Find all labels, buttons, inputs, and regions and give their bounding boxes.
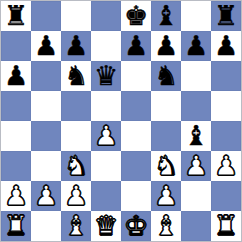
square-e2[interactable]	[121, 181, 151, 211]
square-b3[interactable]	[31, 151, 61, 181]
piece-white-rook[interactable]: ♜	[4, 212, 28, 239]
square-e6[interactable]	[121, 61, 151, 91]
square-h5[interactable]	[211, 91, 241, 121]
square-g5[interactable]	[181, 91, 211, 121]
piece-white-pawn[interactable]: ♟	[154, 182, 178, 209]
square-c5[interactable]	[61, 91, 91, 121]
square-f6[interactable]: ♞	[151, 61, 181, 91]
piece-white-king[interactable]: ♚	[124, 212, 148, 239]
piece-black-pawn[interactable]: ♟	[64, 32, 88, 59]
square-b1[interactable]	[31, 211, 61, 241]
square-g8[interactable]	[181, 1, 211, 31]
square-c2[interactable]: ♟	[61, 181, 91, 211]
chess-board: ♜♚♝♜♟♟♟♟♟♟♟♞♛♞♟♝♞♞♟♟♟♟♟♟♜♝♛♚♝♜	[0, 0, 242, 242]
piece-white-knight[interactable]: ♞	[154, 152, 178, 179]
square-e4[interactable]	[121, 121, 151, 151]
piece-white-pawn[interactable]: ♟	[94, 122, 118, 149]
square-b2[interactable]: ♟	[31, 181, 61, 211]
square-c1[interactable]: ♝	[61, 211, 91, 241]
piece-white-pawn[interactable]: ♟	[4, 182, 28, 209]
piece-black-pawn[interactable]: ♟	[154, 32, 178, 59]
square-c7[interactable]: ♟	[61, 31, 91, 61]
square-a3[interactable]	[1, 151, 31, 181]
piece-black-queen[interactable]: ♛	[94, 62, 118, 89]
square-d1[interactable]: ♛	[91, 211, 121, 241]
piece-white-pawn[interactable]: ♟	[34, 182, 58, 209]
piece-black-knight[interactable]: ♞	[154, 62, 178, 89]
piece-black-rook[interactable]: ♜	[214, 2, 238, 29]
square-e3[interactable]	[121, 151, 151, 181]
piece-white-pawn[interactable]: ♟	[214, 152, 238, 179]
square-d4[interactable]: ♟	[91, 121, 121, 151]
square-e8[interactable]: ♚	[121, 1, 151, 31]
square-b7[interactable]: ♟	[31, 31, 61, 61]
square-a4[interactable]	[1, 121, 31, 151]
square-d8[interactable]	[91, 1, 121, 31]
square-a5[interactable]	[1, 91, 31, 121]
piece-black-pawn[interactable]: ♟	[4, 62, 28, 89]
square-f4[interactable]	[151, 121, 181, 151]
square-f8[interactable]: ♝	[151, 1, 181, 31]
square-g1[interactable]	[181, 211, 211, 241]
square-c6[interactable]: ♞	[61, 61, 91, 91]
piece-black-king[interactable]: ♚	[124, 2, 148, 29]
square-a1[interactable]: ♜	[1, 211, 31, 241]
square-c4[interactable]	[61, 121, 91, 151]
square-b6[interactable]	[31, 61, 61, 91]
square-g4[interactable]: ♝	[181, 121, 211, 151]
square-g2[interactable]	[181, 181, 211, 211]
square-h3[interactable]: ♟	[211, 151, 241, 181]
square-a6[interactable]: ♟	[1, 61, 31, 91]
square-b5[interactable]	[31, 91, 61, 121]
square-h4[interactable]	[211, 121, 241, 151]
square-b4[interactable]	[31, 121, 61, 151]
piece-black-rook[interactable]: ♜	[4, 2, 28, 29]
square-d3[interactable]	[91, 151, 121, 181]
square-f7[interactable]: ♟	[151, 31, 181, 61]
square-e7[interactable]: ♟	[121, 31, 151, 61]
square-c8[interactable]	[61, 1, 91, 31]
square-h7[interactable]: ♟	[211, 31, 241, 61]
square-d2[interactable]	[91, 181, 121, 211]
square-a8[interactable]: ♜	[1, 1, 31, 31]
square-g7[interactable]: ♟	[181, 31, 211, 61]
piece-black-pawn[interactable]: ♟	[214, 32, 238, 59]
square-h2[interactable]	[211, 181, 241, 211]
square-a7[interactable]	[1, 31, 31, 61]
square-g6[interactable]	[181, 61, 211, 91]
piece-white-queen[interactable]: ♛	[94, 212, 118, 239]
piece-white-knight[interactable]: ♞	[64, 152, 88, 179]
square-c3[interactable]: ♞	[61, 151, 91, 181]
square-f3[interactable]: ♞	[151, 151, 181, 181]
piece-white-bishop[interactable]: ♝	[154, 212, 178, 239]
piece-white-rook[interactable]: ♜	[214, 212, 238, 239]
square-e5[interactable]	[121, 91, 151, 121]
square-d6[interactable]: ♛	[91, 61, 121, 91]
piece-black-bishop[interactable]: ♝	[184, 122, 208, 149]
square-e1[interactable]: ♚	[121, 211, 151, 241]
piece-black-pawn[interactable]: ♟	[124, 32, 148, 59]
piece-black-knight[interactable]: ♞	[64, 62, 88, 89]
square-h8[interactable]: ♜	[211, 1, 241, 31]
square-b8[interactable]	[31, 1, 61, 31]
piece-white-pawn[interactable]: ♟	[184, 152, 208, 179]
piece-black-pawn[interactable]: ♟	[184, 32, 208, 59]
square-d7[interactable]	[91, 31, 121, 61]
piece-black-pawn[interactable]: ♟	[34, 32, 58, 59]
square-a2[interactable]: ♟	[1, 181, 31, 211]
square-h6[interactable]	[211, 61, 241, 91]
square-g3[interactable]: ♟	[181, 151, 211, 181]
square-f5[interactable]	[151, 91, 181, 121]
square-f2[interactable]: ♟	[151, 181, 181, 211]
piece-black-bishop[interactable]: ♝	[154, 2, 178, 29]
square-d5[interactable]	[91, 91, 121, 121]
square-h1[interactable]: ♜	[211, 211, 241, 241]
piece-white-bishop[interactable]: ♝	[64, 212, 88, 239]
square-f1[interactable]: ♝	[151, 211, 181, 241]
piece-white-pawn[interactable]: ♟	[64, 182, 88, 209]
